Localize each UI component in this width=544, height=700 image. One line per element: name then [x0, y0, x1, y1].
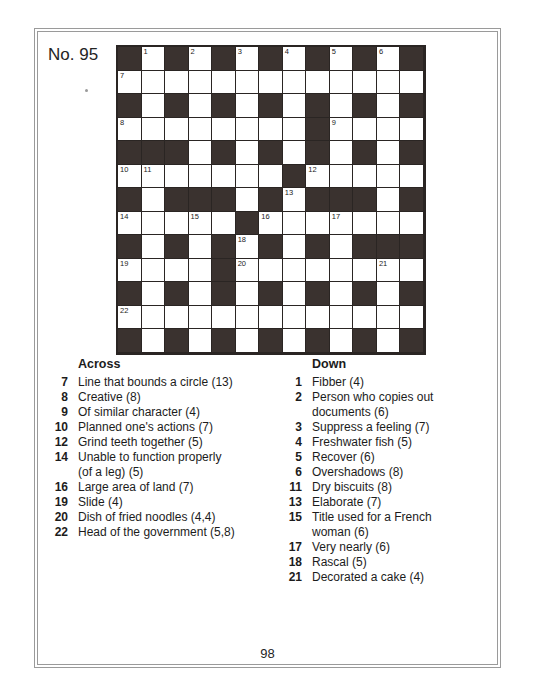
- grid-cell-white[interactable]: [377, 94, 401, 118]
- grid-cell-white[interactable]: [142, 235, 166, 259]
- grid-cell-white[interactable]: [189, 235, 213, 259]
- grid-cell-white[interactable]: [377, 212, 401, 236]
- clue-number: 4: [286, 435, 302, 450]
- clue-item: 3 Suppress a feeling (7): [286, 420, 486, 435]
- grid-cell-black: [400, 282, 424, 306]
- clue-item: 7 Line that bounds a circle (13): [52, 375, 284, 390]
- grid-cell-white[interactable]: [353, 212, 377, 236]
- grid-cell-black: [353, 329, 377, 353]
- clue-item: 18 Rascal (5): [286, 555, 486, 570]
- grid-cell-white[interactable]: [212, 306, 236, 330]
- grid-cell-white[interactable]: [142, 306, 166, 330]
- grid-cell-black: [259, 235, 283, 259]
- grid-cell-black: [259, 94, 283, 118]
- grid-cell-white[interactable]: [283, 306, 307, 330]
- grid-cell-black: [236, 212, 260, 236]
- clue-number: 8: [52, 390, 68, 405]
- clue-number: 13: [286, 495, 302, 510]
- grid-cell-white[interactable]: [283, 141, 307, 165]
- clue-text: Fibber (4): [312, 375, 464, 390]
- grid-cell-white[interactable]: [236, 188, 260, 212]
- clue-item: 6 Overshadows (8): [286, 465, 486, 480]
- grid-cell-white[interactable]: [165, 71, 189, 95]
- grid-cell-white[interactable]: [189, 141, 213, 165]
- grid-cell-black: [400, 47, 424, 71]
- grid-cell-black: [118, 329, 142, 353]
- cell-number: 7: [120, 71, 124, 80]
- grid-cell-white[interactable]: 11: [142, 165, 166, 189]
- clue-text: Unable to function properly (of a leg) (…: [78, 450, 260, 480]
- cell-number: 6: [379, 47, 383, 56]
- grid-cell-black: [353, 235, 377, 259]
- clue-item: 10 Planned one's actions (7): [52, 420, 284, 435]
- grid-cell-white[interactable]: [165, 165, 189, 189]
- grid-cell-black: [353, 47, 377, 71]
- grid-cell-white[interactable]: [377, 165, 401, 189]
- grid-cell-white[interactable]: [142, 71, 166, 95]
- clue-number: 20: [52, 510, 68, 525]
- clue-number: 18: [286, 555, 302, 570]
- grid-cell-white[interactable]: [212, 165, 236, 189]
- grid-cell-white[interactable]: [236, 118, 260, 142]
- across-clue-list: 7 Line that bounds a circle (13) 8 Creat…: [52, 375, 284, 540]
- grid-cell-white[interactable]: [259, 306, 283, 330]
- cell-number: 22: [120, 306, 128, 315]
- clue-text: Person who copies out documents (6): [312, 390, 464, 420]
- clue-item: 4 Freshwater fish (5): [286, 435, 486, 450]
- grid-cell-white[interactable]: 19: [118, 259, 142, 283]
- grid-cell-black: [165, 188, 189, 212]
- clue-text: Grind teeth together (5): [78, 435, 260, 450]
- grid-cell-white[interactable]: [259, 259, 283, 283]
- grid-cell-white[interactable]: [283, 94, 307, 118]
- grid-cell-black: [306, 235, 330, 259]
- grid-cell-white[interactable]: [353, 306, 377, 330]
- grid-cell-black: [118, 235, 142, 259]
- clue-text: Overshadows (8): [312, 465, 464, 480]
- clue-text: Very nearly (6): [312, 540, 464, 555]
- grid-cell-black: [283, 165, 307, 189]
- clue-number: 21: [286, 570, 302, 585]
- clue-item: 2 Person who copies out documents (6): [286, 390, 486, 420]
- clue-number: 5: [286, 450, 302, 465]
- clue-text: Slide (4): [78, 495, 260, 510]
- cell-number: 8: [120, 118, 124, 127]
- grid-cell-white[interactable]: 8: [118, 118, 142, 142]
- grid-cell-white[interactable]: [353, 118, 377, 142]
- grid-cell-white[interactable]: [189, 259, 213, 283]
- grid-cell-white[interactable]: [236, 94, 260, 118]
- grid-cell-black: [306, 188, 330, 212]
- grid-cell-black: [400, 329, 424, 353]
- grid-cell-black: [165, 329, 189, 353]
- grid-cell-white[interactable]: [400, 212, 424, 236]
- grid-cell-black: [259, 329, 283, 353]
- grid-cell-black: [353, 282, 377, 306]
- clue-number: 7: [52, 375, 68, 390]
- grid-cell-white[interactable]: [283, 235, 307, 259]
- grid-cell-white[interactable]: [330, 235, 354, 259]
- grid-cell-white[interactable]: [165, 259, 189, 283]
- grid-cell-white[interactable]: [142, 188, 166, 212]
- puzzle-number-label: No. 95: [48, 45, 98, 65]
- clue-text: Creative (8): [78, 390, 260, 405]
- clue-number: 3: [286, 420, 302, 435]
- clue-item: 15 Title used for a French woman (6): [286, 510, 486, 540]
- grid-cell-black: [118, 282, 142, 306]
- grid-cell-black: [306, 47, 330, 71]
- clue-text: Head of the government (5,8): [78, 525, 260, 540]
- clue-text: Rascal (5): [312, 555, 464, 570]
- grid-cell-white[interactable]: 16: [259, 212, 283, 236]
- grid-cell-black: [330, 188, 354, 212]
- clue-text: Dry biscuits (8): [312, 480, 464, 495]
- clue-number: 6: [286, 465, 302, 480]
- clue-item: 22 Head of the government (5,8): [52, 525, 284, 540]
- grid-cell-white[interactable]: 2: [189, 47, 213, 71]
- grid-cell-white[interactable]: [236, 282, 260, 306]
- grid-cell-white[interactable]: [400, 306, 424, 330]
- grid-cell-black: [212, 282, 236, 306]
- cell-number: 21: [379, 259, 387, 268]
- grid-cell-white[interactable]: 5: [330, 47, 354, 71]
- cell-number: 12: [308, 165, 316, 174]
- clue-item: 19 Slide (4): [52, 495, 284, 510]
- grid-cell-white[interactable]: 18: [236, 235, 260, 259]
- grid-cell-black: [118, 188, 142, 212]
- grid-cell-white[interactable]: [189, 329, 213, 353]
- clue-item: 8 Creative (8): [52, 390, 284, 405]
- grid-cell-black: [118, 47, 142, 71]
- grid-cell-black: [212, 141, 236, 165]
- grid-cell-white[interactable]: [353, 165, 377, 189]
- grid-cell-white[interactable]: [142, 282, 166, 306]
- crossword-grid: 12345678910111213141516171819202122: [116, 45, 426, 355]
- down-header: Down: [312, 357, 486, 372]
- clue-text: Planned one's actions (7): [78, 420, 260, 435]
- clue-text: Of similar character (4): [78, 405, 260, 420]
- grid-cell-white[interactable]: [353, 259, 377, 283]
- scanned-page: No. 95 123456789101112131415161718192021…: [0, 0, 544, 700]
- grid-cell-white[interactable]: [142, 212, 166, 236]
- grid-cell-white[interactable]: [330, 259, 354, 283]
- grid-cell-white[interactable]: [377, 329, 401, 353]
- cell-number: 20: [238, 259, 246, 268]
- grid-cell-white[interactable]: 9: [330, 118, 354, 142]
- grid-cell-black: [212, 259, 236, 283]
- clue-text: Dish of fried noodles (4,4): [78, 510, 260, 525]
- grid-cell-black: [165, 235, 189, 259]
- clue-text: Elaborate (7): [312, 495, 464, 510]
- grid-cell-white[interactable]: [306, 71, 330, 95]
- grid-cell-white[interactable]: [283, 282, 307, 306]
- grid-cell-black: [259, 282, 283, 306]
- grid-cell-white[interactable]: [259, 165, 283, 189]
- grid-cell-black: [306, 282, 330, 306]
- grid-cell-black: [259, 141, 283, 165]
- grid-cell-white[interactable]: [306, 212, 330, 236]
- grid-cell-black: [212, 188, 236, 212]
- grid-cell-white[interactable]: [189, 71, 213, 95]
- grid-cell-white[interactable]: [212, 118, 236, 142]
- cell-number: 19: [120, 259, 128, 268]
- clue-item: 20 Dish of fried noodles (4,4): [52, 510, 284, 525]
- grid-cell-white[interactable]: [189, 165, 213, 189]
- clue-text: Decorated a cake (4): [312, 570, 464, 585]
- cell-number: 17: [332, 212, 340, 221]
- cell-number: 1: [144, 47, 148, 56]
- clue-number: 9: [52, 405, 68, 420]
- grid-cell-white[interactable]: 22: [118, 306, 142, 330]
- grid-cell-white[interactable]: [306, 306, 330, 330]
- down-clues-section: Down 1 Fibber (4) 2 Person who copies ou…: [286, 357, 486, 585]
- cell-number: 18: [238, 235, 246, 244]
- grid-cell-white[interactable]: [189, 118, 213, 142]
- grid-cell-black: [400, 188, 424, 212]
- grid-cell-black: [306, 94, 330, 118]
- clue-number: 12: [52, 435, 68, 450]
- grid-cell-white[interactable]: [377, 141, 401, 165]
- grid-cell-white[interactable]: [400, 165, 424, 189]
- across-header: Across: [78, 357, 284, 372]
- grid-cell-black: [306, 118, 330, 142]
- clue-text: Freshwater fish (5): [312, 435, 464, 450]
- clue-text: Line that bounds a circle (13): [78, 375, 260, 390]
- grid-cell-black: [400, 235, 424, 259]
- clue-number: 14: [52, 450, 68, 480]
- grid-cell-black: [165, 282, 189, 306]
- clue-item: 16 Large area of land (7): [52, 480, 284, 495]
- grid-cell-black: [212, 94, 236, 118]
- grid-cell-black: [353, 141, 377, 165]
- clue-item: 5 Recover (6): [286, 450, 486, 465]
- grid-cell-black: [118, 94, 142, 118]
- cell-number: 9: [332, 118, 336, 127]
- grid-cell-white[interactable]: [400, 118, 424, 142]
- grid-cell-white[interactable]: 20: [236, 259, 260, 283]
- grid-cell-white[interactable]: [330, 306, 354, 330]
- clue-text: Title used for a French woman (6): [312, 510, 464, 540]
- page-number: 98: [34, 646, 501, 661]
- clue-number: 22: [52, 525, 68, 540]
- grid-cell-white[interactable]: [236, 141, 260, 165]
- grid-cell-black: [353, 94, 377, 118]
- grid-cell-white[interactable]: [236, 329, 260, 353]
- grid-cell-black: [259, 188, 283, 212]
- grid-cell-white[interactable]: [377, 282, 401, 306]
- grid-cell-black: [306, 329, 330, 353]
- grid-cell-white[interactable]: [142, 118, 166, 142]
- grid-cell-black: [212, 47, 236, 71]
- clue-number: 16: [52, 480, 68, 495]
- grid-cell-white[interactable]: 6: [377, 47, 401, 71]
- grid-cell-white[interactable]: 21: [377, 259, 401, 283]
- cell-number: 14: [120, 212, 128, 221]
- grid-cell-white[interactable]: [283, 212, 307, 236]
- clue-item: 1 Fibber (4): [286, 375, 486, 390]
- cell-number: 16: [261, 212, 269, 221]
- grid-cell-white[interactable]: [330, 141, 354, 165]
- grid-cell-white[interactable]: [212, 212, 236, 236]
- cell-number: 3: [238, 47, 242, 56]
- grid-cell-white[interactable]: [330, 329, 354, 353]
- grid-cell-white[interactable]: [259, 118, 283, 142]
- clue-text: Suppress a feeling (7): [312, 420, 464, 435]
- cell-number: 4: [285, 47, 289, 56]
- cell-number: 15: [191, 212, 199, 221]
- grid-cell-white[interactable]: 12: [306, 165, 330, 189]
- clue-number: 15: [286, 510, 302, 540]
- clue-item: 17 Very nearly (6): [286, 540, 486, 555]
- grid-cell-white[interactable]: [142, 259, 166, 283]
- grid-cell-white[interactable]: [165, 306, 189, 330]
- cell-number: 11: [144, 165, 152, 174]
- clue-item: 14 Unable to function properly (of a leg…: [52, 450, 284, 480]
- grid-cell-black: [377, 235, 401, 259]
- cell-number: 2: [191, 47, 195, 56]
- grid-cell-white[interactable]: [236, 306, 260, 330]
- grid-cell-black: [306, 141, 330, 165]
- clue-item: 13 Elaborate (7): [286, 495, 486, 510]
- grid-cell-white[interactable]: [259, 71, 283, 95]
- clue-number: 2: [286, 390, 302, 420]
- grid-cell-white[interactable]: [189, 94, 213, 118]
- grid-cell-white[interactable]: [377, 188, 401, 212]
- cell-number: 13: [285, 188, 293, 197]
- grid-cell-white[interactable]: 1: [142, 47, 166, 71]
- grid-cell-white[interactable]: [330, 94, 354, 118]
- print-artifact-dot: [85, 89, 88, 92]
- cell-number: 10: [120, 165, 128, 174]
- clue-number: 17: [286, 540, 302, 555]
- grid-cell-white[interactable]: [212, 71, 236, 95]
- grid-cell-white[interactable]: [142, 329, 166, 353]
- grid-cell-white[interactable]: [165, 212, 189, 236]
- clue-number: 11: [286, 480, 302, 495]
- grid-cell-white[interactable]: [236, 165, 260, 189]
- grid-cell-white[interactable]: 13: [283, 188, 307, 212]
- grid-cell-white[interactable]: [377, 118, 401, 142]
- grid-cell-black: [212, 329, 236, 353]
- grid-cell-white[interactable]: [283, 71, 307, 95]
- clue-number: 19: [52, 495, 68, 510]
- grid-cell-white[interactable]: 10: [118, 165, 142, 189]
- grid-cell-white[interactable]: [330, 71, 354, 95]
- grid-cell-white[interactable]: [165, 118, 189, 142]
- across-clues-section: Across 7 Line that bounds a circle (13) …: [52, 357, 284, 540]
- grid-cell-white[interactable]: [283, 329, 307, 353]
- grid-cell-white[interactable]: [377, 306, 401, 330]
- grid-cell-white[interactable]: [400, 71, 424, 95]
- grid-cell-white[interactable]: [189, 282, 213, 306]
- grid-cell-black: [259, 47, 283, 71]
- grid-cell-white[interactable]: [400, 259, 424, 283]
- grid-cell-black: [400, 141, 424, 165]
- grid-cell-black: [142, 141, 166, 165]
- grid-cell-black: [189, 188, 213, 212]
- grid-cell-black: [165, 94, 189, 118]
- grid-cell-white[interactable]: [189, 306, 213, 330]
- grid-cell-white[interactable]: [142, 94, 166, 118]
- grid-cell-black: [212, 235, 236, 259]
- grid-cell-white[interactable]: 14: [118, 212, 142, 236]
- grid-cell-white[interactable]: [306, 259, 330, 283]
- clue-number: 1: [286, 375, 302, 390]
- clue-text: Large area of land (7): [78, 480, 260, 495]
- grid-cell-white[interactable]: [377, 71, 401, 95]
- clue-number: 10: [52, 420, 68, 435]
- grid-cell-white[interactable]: [353, 71, 377, 95]
- clue-text: Recover (6): [312, 450, 464, 465]
- cell-number: 5: [332, 47, 336, 56]
- grid-cell-black: [165, 47, 189, 71]
- grid-cell-white[interactable]: [236, 71, 260, 95]
- grid-cell-black: [118, 141, 142, 165]
- grid-cell-white[interactable]: 17: [330, 212, 354, 236]
- grid-cell-white[interactable]: 7: [118, 71, 142, 95]
- grid-cell-white[interactable]: 4: [283, 47, 307, 71]
- grid-cell-white[interactable]: [283, 259, 307, 283]
- down-clue-list: 1 Fibber (4) 2 Person who copies out doc…: [286, 375, 486, 585]
- grid-cell-black: [353, 188, 377, 212]
- clue-item: 21 Decorated a cake (4): [286, 570, 486, 585]
- clue-item: 11 Dry biscuits (8): [286, 480, 486, 495]
- grid-cell-white[interactable]: [283, 118, 307, 142]
- grid-cell-black: [165, 141, 189, 165]
- clue-item: 9 Of similar character (4): [52, 405, 284, 420]
- grid-cell-black: [400, 94, 424, 118]
- grid-cell-white[interactable]: 15: [189, 212, 213, 236]
- grid-cell-white[interactable]: [330, 282, 354, 306]
- grid-cell-white[interactable]: 3: [236, 47, 260, 71]
- grid-cell-white[interactable]: [330, 165, 354, 189]
- clue-item: 12 Grind teeth together (5): [52, 435, 284, 450]
